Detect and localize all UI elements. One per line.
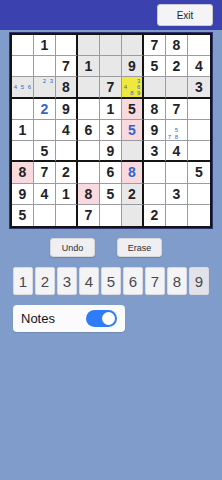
cell-r6c3[interactable] [56,141,78,162]
cell-r4c6[interactable]: 5 [122,99,144,120]
cell-value: 3 [151,144,159,158]
cell-value: 2 [41,102,49,116]
cell-r1c8[interactable]: 8 [166,35,188,56]
cell-value: 8 [173,38,181,52]
cell-r3c5[interactable]: 7 [100,77,122,98]
cell-value: 6 [107,165,115,179]
cell-value: 8 [85,187,93,201]
cell-r3c8[interactable] [166,77,188,98]
cell-value: 9 [19,187,27,201]
cell-r9c3[interactable] [56,205,78,226]
notes-toggle[interactable] [86,310,117,327]
cell-r6c7[interactable]: 3 [144,141,166,162]
header-bar: Exit [0,0,222,30]
cell-r4c7[interactable]: 8 [144,99,166,120]
cell-value: 8 [19,165,27,179]
cell-value: 1 [62,187,70,201]
cell-r1c9[interactable] [188,35,210,56]
cell-r7c6[interactable]: 8 [122,162,144,183]
cell-r2c5[interactable] [100,56,122,77]
cell-r7c2[interactable]: 7 [34,162,56,183]
cell-r3c4[interactable] [78,77,100,98]
cell-value: 9 [128,59,136,73]
cell-r5c2[interactable] [34,120,56,141]
cell-r7c9[interactable]: 5 [188,162,210,183]
cell-value: 4 [62,123,70,137]
cell-r1c1[interactable] [12,35,34,56]
cell-r8c4[interactable]: 8 [78,184,100,205]
cell-value: 3 [195,80,203,94]
cell-r1c6[interactable] [122,35,144,56]
cell-notes: 456 [12,77,33,96]
cell-r2c7[interactable]: 5 [144,56,166,77]
notes-panel: Notes [13,305,125,332]
cell-value: 8 [128,165,136,179]
undo-button[interactable]: Undo [50,238,95,257]
cell-r3c3[interactable]: 8 [56,77,78,98]
cell-r9c5[interactable] [100,205,122,226]
cell-r7c1[interactable]: 8 [12,162,34,183]
cell-r4c5[interactable]: 1 [100,99,122,120]
cell-r9c4[interactable]: 7 [78,205,100,226]
cell-r9c8[interactable] [166,205,188,226]
erase-button[interactable]: Erase [117,238,162,257]
exit-button[interactable]: Exit [157,4,213,26]
cell-r6c5[interactable]: 9 [100,141,122,162]
cell-value: 2 [151,208,159,222]
cell-value: 4 [195,59,203,73]
cell-r8c7[interactable] [144,184,166,205]
sudoku-board: 1787195244562387346893291587146359578593… [10,33,212,228]
cell-value: 1 [107,102,115,116]
cell-value: 5 [107,187,115,201]
cell-value: 7 [62,59,70,73]
numpad-button-4[interactable]: 4 [79,267,99,295]
cell-r3c7[interactable] [144,77,166,98]
cell-r4c9[interactable] [188,99,210,120]
numpad-button-5[interactable]: 5 [101,267,121,295]
cell-r9c7[interactable]: 2 [144,205,166,226]
cell-r3c1[interactable]: 456 [12,77,34,98]
cell-r2c2[interactable] [34,56,56,77]
cell-r8c8[interactable]: 3 [166,184,188,205]
cell-value: 7 [151,38,159,52]
numpad: 123456789 [13,267,209,295]
cell-value: 7 [85,208,93,222]
numpad-button-6[interactable]: 6 [123,267,143,295]
cell-r1c7[interactable]: 7 [144,35,166,56]
cell-r9c1[interactable]: 5 [12,205,34,226]
cell-r2c1[interactable] [12,56,34,77]
numpad-button-9[interactable]: 9 [189,267,209,295]
cell-r8c3[interactable]: 1 [56,184,78,205]
cell-value: 5 [128,102,136,116]
cell-r8c6[interactable]: 2 [122,184,144,205]
numpad-button-1[interactable]: 1 [13,267,33,295]
cell-value: 6 [85,123,93,137]
cell-value: 2 [62,165,70,179]
cell-r2c6[interactable]: 9 [122,56,144,77]
cell-r1c5[interactable] [100,35,122,56]
cell-r5c4[interactable]: 6 [78,120,100,141]
numpad-button-8[interactable]: 8 [167,267,187,295]
toggle-knob-icon [102,312,115,325]
cell-value: 9 [62,102,70,116]
cell-value: 4 [173,144,181,158]
cell-r4c8[interactable]: 7 [166,99,188,120]
cell-r7c4[interactable] [78,162,100,183]
numpad-button-2[interactable]: 2 [35,267,55,295]
cell-r7c3[interactable]: 2 [56,162,78,183]
cell-value: 5 [151,59,159,73]
cell-value: 5 [195,165,203,179]
cell-r7c5[interactable]: 6 [100,162,122,183]
cell-r8c2[interactable]: 4 [34,184,56,205]
cell-value: 5 [41,144,49,158]
cell-r3c6[interactable]: 34689 [122,77,144,98]
cell-r5c3[interactable]: 4 [56,120,78,141]
cell-r8c9[interactable] [188,184,210,205]
cell-value: 8 [62,80,70,94]
cell-value: 2 [173,59,181,73]
cell-value: 4 [41,187,49,201]
cell-r5c7[interactable]: 9 [144,120,166,141]
cell-r4c3[interactable]: 9 [56,99,78,120]
cell-r5c1[interactable]: 1 [12,120,34,141]
cell-value: 9 [151,123,159,137]
cell-notes: 34689 [122,77,142,96]
cell-value: 5 [19,208,27,222]
cell-value: 5 [128,123,136,137]
cell-r6c9[interactable] [188,141,210,162]
cell-r9c6[interactable] [122,205,144,226]
cell-notes: 23 [34,77,55,96]
cell-r4c1[interactable] [12,99,34,120]
cell-r6c6[interactable] [122,141,144,162]
cell-r1c4[interactable] [78,35,100,56]
cell-r6c8[interactable]: 4 [166,141,188,162]
cell-r2c8[interactable]: 2 [166,56,188,77]
cell-r8c1[interactable]: 9 [12,184,34,205]
notes-label: Notes [21,311,55,326]
cell-value: 1 [19,123,27,137]
cell-value: 8 [151,102,159,116]
cell-value: 3 [173,187,181,201]
cell-r9c2[interactable] [34,205,56,226]
cell-r4c2[interactable]: 2 [34,99,56,120]
cell-r1c2[interactable]: 1 [34,35,56,56]
cell-value: 7 [173,102,181,116]
numpad-button-7[interactable]: 7 [145,267,165,295]
cell-value: 3 [107,123,115,137]
cell-r3c9[interactable]: 3 [188,77,210,98]
cell-r5c8[interactable]: 578 [166,120,188,141]
numpad-button-3[interactable]: 3 [57,267,77,295]
cell-r9c9[interactable] [188,205,210,226]
cell-r6c1[interactable] [12,141,34,162]
cell-r2c4[interactable]: 1 [78,56,100,77]
cell-value: 1 [41,38,49,52]
cell-r5c9[interactable] [188,120,210,141]
cell-r4c4[interactable] [78,99,100,120]
cell-value: 9 [107,144,115,158]
cell-value: 7 [41,165,49,179]
cell-r7c7[interactable] [144,162,166,183]
cell-r2c3[interactable]: 7 [56,56,78,77]
cell-r5c5[interactable]: 3 [100,120,122,141]
cell-r1c3[interactable] [56,35,78,56]
cell-r6c2[interactable]: 5 [34,141,56,162]
cell-value: 1 [85,59,93,73]
cell-r5c6[interactable]: 5 [122,120,144,141]
cell-r2c9[interactable]: 4 [188,56,210,77]
cell-value: 2 [128,187,136,201]
cell-r7c8[interactable] [166,162,188,183]
cell-r3c2[interactable]: 23 [34,77,56,98]
cell-notes: 578 [166,120,187,140]
cell-value: 7 [107,80,115,94]
cell-r6c4[interactable] [78,141,100,162]
cell-r8c5[interactable]: 5 [100,184,122,205]
